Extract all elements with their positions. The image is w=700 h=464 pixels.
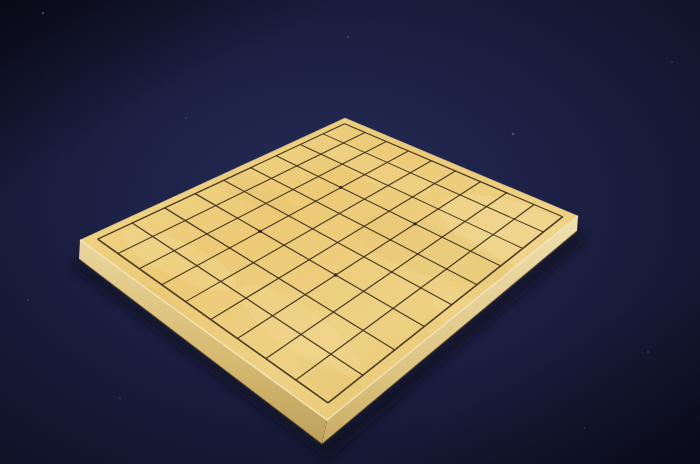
star-point: [339, 186, 342, 189]
star-point: [334, 273, 337, 276]
photo-shogi-board: [0, 0, 700, 464]
star-point: [413, 222, 416, 225]
scene-svg: [0, 0, 700, 464]
star-point: [259, 230, 262, 233]
